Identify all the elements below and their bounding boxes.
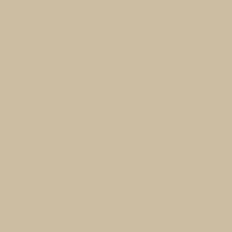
chess-board [0,0,232,232]
